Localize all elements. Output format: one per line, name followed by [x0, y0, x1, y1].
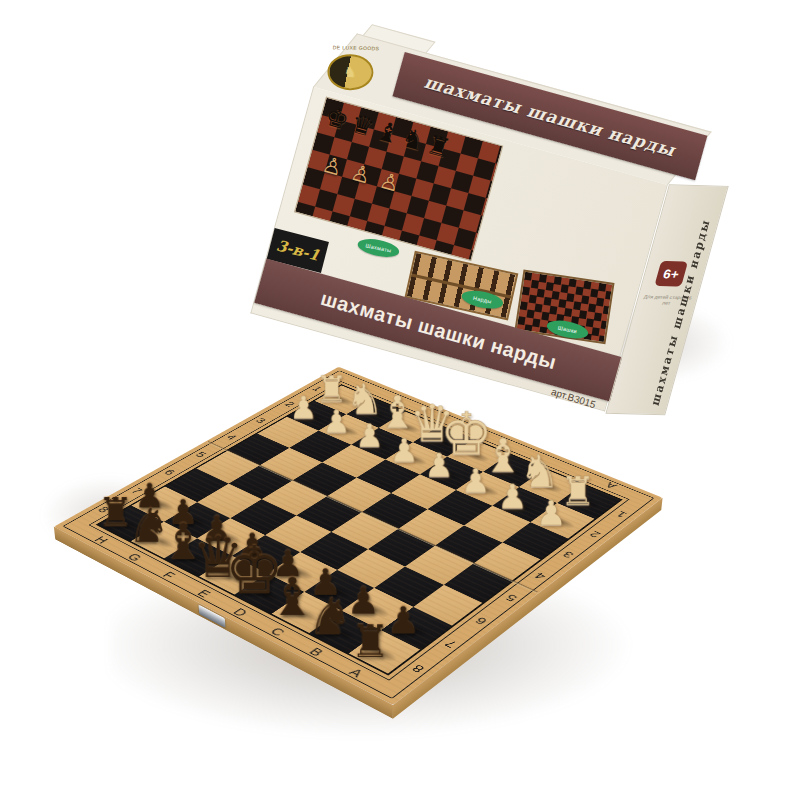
photo-light-pieces: ♙♙♙ — [320, 152, 413, 200]
white-pawn-a2: ♟ — [536, 496, 567, 529]
board-surface: A1♜♞♝♛♚♝♞♜12♟♟♟♟♟♟♟♟2334455667♟♟♟♟♟♟♟♟78… — [54, 367, 663, 705]
black-pawn-a7: ♟ — [386, 602, 420, 638]
brand-logo: ♞ — [327, 54, 374, 91]
product-photo-stage: DE LUXE GOODS ♞ шахматы шашки нарды ♚♛♝♞… — [0, 0, 800, 800]
chess-board: A1♜♞♝♛♚♝♞♜12♟♟♟♟♟♟♟♟2334455667♟♟♟♟♟♟♟♟78… — [54, 367, 663, 705]
white-pawn-b2: ♟ — [498, 480, 529, 512]
brand-logo-text: DE LUXE GOODS — [328, 44, 384, 51]
white-pawn-e2: ♟ — [390, 435, 419, 466]
white-pawn-d2: ♟ — [425, 449, 455, 480]
black-rook-a8: ♜ — [350, 620, 390, 663]
knight-emblem-icon: ♞ — [343, 64, 357, 79]
white-pawn-g2: ♟ — [322, 406, 351, 436]
chess-board-grid: A1♜♞♝♛♚♝♞♜12♟♟♟♟♟♟♟♟2334455667♟♟♟♟♟♟♟♟78… — [54, 367, 663, 705]
black-knight-b8: ♞ — [307, 594, 353, 643]
white-pawn-c2: ♟ — [461, 465, 491, 497]
white-rook-h1: ♜ — [316, 372, 349, 407]
board-scene: A1♜♞♝♛♚♝♞♜12♟♟♟♟♟♟♟♟2334455667♟♟♟♟♟♟♟♟78… — [146, 296, 578, 728]
white-pawn-f2: ♟ — [355, 420, 384, 451]
white-pawn-h2: ♟ — [290, 393, 318, 423]
